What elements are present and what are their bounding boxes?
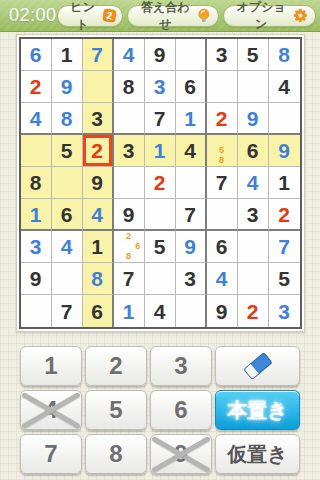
cell-value: 2 — [91, 140, 103, 161]
cell-value: 5 — [154, 236, 166, 257]
pencil-notes: 268 — [115, 232, 143, 261]
eraser-button[interactable] — [215, 346, 300, 386]
topbar-buttons: ヒント 2 答え合わせ オプション — [57, 5, 316, 27]
cell-r3c8[interactable]: 9 — [238, 103, 269, 135]
cell-value: 2 — [278, 204, 290, 225]
cell-r5c8[interactable]: 4 — [238, 167, 269, 199]
cell-value: 9 — [61, 76, 73, 97]
cell-r6c1[interactable]: 1 — [21, 199, 52, 231]
cell-r3c9[interactable] — [269, 103, 300, 135]
cell-value: 1 — [184, 108, 196, 129]
cell-r1c8[interactable]: 5 — [238, 39, 269, 71]
cell-value: 8 — [91, 268, 103, 289]
cell-r2c8[interactable] — [238, 71, 269, 103]
cell-value: 4 — [184, 140, 196, 161]
cell-value: 1 — [154, 140, 166, 161]
cell-value: 1 — [30, 204, 42, 225]
cell-r1c9[interactable]: 8 — [269, 39, 300, 71]
hint-label: ヒント — [65, 0, 101, 33]
cell-r4c2[interactable]: 5 — [52, 135, 83, 167]
cell-value: 2 — [30, 76, 42, 97]
cell-r1c5[interactable]: 9 — [145, 39, 176, 71]
cell-r3c2[interactable]: 8 — [52, 103, 83, 135]
options-label: オプション — [231, 0, 291, 33]
cell-r6c5[interactable] — [145, 199, 176, 231]
key-4[interactable]: 4 — [20, 390, 82, 430]
cell-value: 1 — [91, 236, 103, 257]
check-answers-label: 答え合わせ — [135, 0, 195, 33]
cell-r1c3[interactable]: 7 — [83, 39, 114, 71]
check-answers-button[interactable]: 答え合わせ — [127, 5, 219, 27]
cell-r8c7[interactable]: 4 — [207, 263, 238, 295]
cell-value: 3 — [123, 140, 135, 161]
cell-r2c7[interactable] — [207, 71, 238, 103]
cell-value: 6 — [247, 140, 259, 161]
cell-value: 3 — [247, 204, 259, 225]
cell-r6c4[interactable]: 9 — [114, 199, 145, 231]
cell-r6c3[interactable]: 4 — [83, 199, 114, 231]
cell-value: 6 — [30, 44, 42, 65]
cell-r6c2[interactable]: 6 — [52, 199, 83, 231]
cell-r7c5[interactable]: 5 — [145, 231, 176, 263]
cell-value: 2 — [247, 301, 259, 322]
cell-value: 9 — [216, 301, 228, 322]
cell-r7c3[interactable]: 1 — [83, 231, 114, 263]
cell-r1c1[interactable]: 6 — [21, 39, 52, 71]
cell-r9c6[interactable] — [176, 295, 207, 327]
cell-r3c4[interactable] — [114, 103, 145, 135]
cell-r8c5[interactable] — [145, 263, 176, 295]
cell-r7c4[interactable]: 268 — [114, 231, 145, 263]
cell-r8c9[interactable]: 5 — [269, 263, 300, 295]
cell-value: 4 — [30, 108, 42, 129]
cell-value: 7 — [154, 108, 166, 129]
cell-r5c3[interactable]: 9 — [83, 167, 114, 199]
cell-value: 8 — [278, 44, 290, 65]
cell-r6c9[interactable]: 2 — [269, 199, 300, 231]
key-3[interactable]: 3 — [150, 346, 212, 386]
cell-value: 1 — [123, 301, 135, 322]
cell-r6c6[interactable]: 7 — [176, 199, 207, 231]
cell-value: 9 — [154, 44, 166, 65]
cell-value: 6 — [216, 236, 228, 257]
cell-r5c4[interactable] — [114, 167, 145, 199]
cell-value: 1 — [61, 44, 73, 65]
cell-r5c2[interactable] — [52, 167, 83, 199]
cell-value: 3 — [216, 44, 228, 65]
cell-r9c4[interactable]: 1 — [114, 295, 145, 327]
cell-r9c9[interactable]: 3 — [269, 295, 300, 327]
cell-value: 7 — [123, 268, 135, 289]
cell-r7c6[interactable]: 9 — [176, 231, 207, 263]
cell-value: 7 — [61, 301, 73, 322]
cell-value: 5 — [247, 44, 259, 65]
key-6[interactable]: 6 — [150, 390, 212, 430]
key-5[interactable]: 5 — [85, 390, 147, 430]
cell-r3c6[interactable]: 1 — [176, 103, 207, 135]
cell-value: 3 — [91, 108, 103, 129]
hint-count-badge: 2 — [102, 8, 116, 23]
cell-r7c7[interactable]: 6 — [207, 231, 238, 263]
confirm-mode-button[interactable]: 本置き — [215, 390, 300, 430]
cell-value: 4 — [247, 172, 259, 193]
cell-r9c5[interactable]: 4 — [145, 295, 176, 327]
temp-mode-button[interactable]: 仮置き — [215, 434, 300, 474]
lightbulb-icon — [197, 8, 211, 23]
cell-r1c7[interactable]: 3 — [207, 39, 238, 71]
cell-value: 4 — [278, 76, 290, 97]
cell-value: 5 — [61, 140, 73, 161]
cell-value: 6 — [184, 76, 196, 97]
cell-r8c8[interactable] — [238, 263, 269, 295]
cell-r1c6[interactable] — [176, 39, 207, 71]
cell-r4c1[interactable] — [21, 135, 52, 167]
cell-value: 1 — [278, 172, 290, 193]
timer: 02:00 — [9, 5, 57, 26]
cell-r5c5[interactable]: 2 — [145, 167, 176, 199]
cell-r9c8[interactable]: 2 — [238, 295, 269, 327]
cell-value: 3 — [184, 268, 196, 289]
cell-r3c1[interactable]: 4 — [21, 103, 52, 135]
cell-r8c4[interactable]: 7 — [114, 263, 145, 295]
cell-value: 9 — [184, 236, 196, 257]
keypad: 1 2 3 4 5 6 本置き 7 8 9 仮置き — [20, 346, 300, 474]
cell-r2c1[interactable]: 2 — [21, 71, 52, 103]
cell-value: 3 — [278, 301, 290, 322]
hint-button[interactable]: ヒント 2 — [57, 5, 124, 27]
cell-r3c5[interactable]: 7 — [145, 103, 176, 135]
cell-r8c1[interactable]: 9 — [21, 263, 52, 295]
cell-value: 4 — [123, 44, 135, 65]
cell-value: 4 — [154, 301, 166, 322]
key-1[interactable]: 1 — [20, 346, 82, 386]
topbar: 02:00 ヒント 2 答え合わせ オプション — [0, 0, 320, 32]
cell-value: 9 — [247, 108, 259, 129]
cell-r4c6[interactable]: 4 — [176, 135, 207, 167]
cell-r9c2[interactable]: 7 — [52, 295, 83, 327]
cell-value: 4 — [61, 236, 73, 257]
cell-r4c8[interactable]: 6 — [238, 135, 269, 167]
key-7[interactable]: 7 — [20, 434, 82, 474]
cell-r9c3[interactable]: 6 — [83, 295, 114, 327]
cell-r2c5[interactable]: 3 — [145, 71, 176, 103]
cell-r3c3[interactable]: 3 — [83, 103, 114, 135]
cell-value: 4 — [91, 204, 103, 225]
cell-r7c1[interactable]: 3 — [21, 231, 52, 263]
cell-r2c9[interactable]: 4 — [269, 71, 300, 103]
cell-value: 7 — [91, 44, 103, 65]
cell-r9c7[interactable]: 9 — [207, 295, 238, 327]
cell-r3c7[interactable]: 2 — [207, 103, 238, 135]
cell-value: 9 — [30, 268, 42, 289]
cell-value: 7 — [278, 236, 290, 257]
cell-r4c9[interactable]: 9 — [269, 135, 300, 167]
cell-value: 8 — [30, 172, 42, 193]
cell-r5c6[interactable] — [176, 167, 207, 199]
cell-r4c3[interactable]: 2 — [83, 135, 114, 167]
gear-icon — [293, 8, 308, 23]
options-button[interactable]: オプション — [223, 5, 316, 27]
key-2[interactable]: 2 — [85, 346, 147, 386]
cell-value: 7 — [184, 204, 196, 225]
cell-r4c5[interactable]: 1 — [145, 135, 176, 167]
cell-value: 5 — [278, 268, 290, 289]
cell-value: 6 — [61, 204, 73, 225]
cell-value: 2 — [216, 108, 228, 129]
cell-value: 9 — [91, 172, 103, 193]
cell-value: 4 — [216, 268, 228, 289]
key-9[interactable]: 9 — [150, 434, 212, 474]
cell-r9c1[interactable] — [21, 295, 52, 327]
cell-r1c4[interactable]: 4 — [114, 39, 145, 71]
cell-value: 7 — [216, 172, 228, 193]
cell-value: 3 — [154, 76, 166, 97]
cell-r2c6[interactable]: 6 — [176, 71, 207, 103]
pencil-notes: 58 — [208, 136, 236, 165]
cell-r8c6[interactable]: 3 — [176, 263, 207, 295]
sudoku-board: 6174935829836448371295231458698927411649… — [19, 37, 302, 329]
cell-r7c8[interactable] — [238, 231, 269, 263]
cell-value: 6 — [91, 301, 103, 322]
cell-r4c4[interactable]: 3 — [114, 135, 145, 167]
cell-value: 2 — [154, 172, 166, 193]
cell-r2c3[interactable] — [83, 71, 114, 103]
cell-r6c7[interactable] — [207, 199, 238, 231]
cell-r6c8[interactable]: 3 — [238, 199, 269, 231]
cell-r4c7[interactable]: 58 — [207, 135, 238, 167]
cell-value: 3 — [30, 236, 42, 257]
eraser-icon — [237, 351, 279, 381]
cell-value: 8 — [123, 76, 135, 97]
key-8[interactable]: 8 — [85, 434, 147, 474]
cell-value: 8 — [61, 108, 73, 129]
cell-r7c9[interactable]: 7 — [269, 231, 300, 263]
cell-value: 9 — [123, 204, 135, 225]
cell-r5c9[interactable]: 1 — [269, 167, 300, 199]
cell-r2c2[interactable]: 9 — [52, 71, 83, 103]
board-frame: 6174935829836448371295231458698927411649… — [16, 34, 305, 332]
cell-r2c4[interactable]: 8 — [114, 71, 145, 103]
cell-r5c1[interactable]: 8 — [21, 167, 52, 199]
cell-r5c7[interactable]: 7 — [207, 167, 238, 199]
cell-r8c3[interactable]: 8 — [83, 263, 114, 295]
cell-r7c2[interactable]: 4 — [52, 231, 83, 263]
cell-r8c2[interactable] — [52, 263, 83, 295]
cell-r1c2[interactable]: 1 — [52, 39, 83, 71]
cell-value: 9 — [278, 140, 290, 161]
